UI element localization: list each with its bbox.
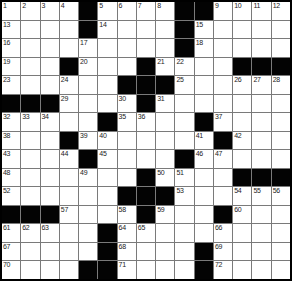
cell-r8c12 (214, 132, 232, 150)
cell-r11c8 (137, 187, 155, 205)
cell-r8c6[interactable]: 40 (98, 132, 116, 150)
cell-r1c10 (175, 2, 193, 20)
cell-r3c9[interactable] (156, 39, 174, 57)
clue-number: 63 (42, 224, 49, 232)
cell-r13c6 (98, 224, 116, 242)
cell-r15c6 (98, 261, 116, 279)
clue-number: 30 (119, 95, 126, 103)
cell-r1c7[interactable]: 6 (118, 2, 136, 20)
cell-r14c9[interactable] (156, 243, 174, 261)
cell-r5c12[interactable] (214, 76, 232, 94)
cell-r1c13[interactable]: 10 (233, 2, 251, 20)
cell-r6c14[interactable] (252, 95, 270, 113)
cell-r8c8[interactable] (137, 132, 155, 150)
cell-r2c15[interactable] (272, 21, 290, 39)
cell-r12c12 (214, 206, 232, 224)
clue-number: 69 (215, 243, 222, 251)
cell-r15c8[interactable] (137, 261, 155, 279)
clue-number: 9 (215, 2, 219, 10)
cell-r7c6 (98, 113, 116, 131)
cell-r4c4 (60, 58, 78, 76)
cell-r7c10[interactable] (175, 113, 193, 131)
clue-number: 67 (3, 243, 10, 251)
cell-r2c12[interactable] (214, 21, 232, 39)
cell-r6c6[interactable] (98, 95, 116, 113)
cell-r3c14[interactable] (252, 39, 270, 57)
cell-r4c2[interactable] (21, 58, 39, 76)
cell-r14c13[interactable] (233, 243, 251, 261)
cell-r8c3[interactable] (41, 132, 59, 150)
cell-r12c7[interactable]: 58 (118, 206, 136, 224)
cell-r4c3[interactable] (41, 58, 59, 76)
cell-r7c3[interactable]: 34 (41, 113, 59, 131)
cell-r10c8 (137, 169, 155, 187)
cell-r3c12[interactable] (214, 39, 232, 57)
cell-r15c3[interactable] (41, 261, 59, 279)
cell-r7c4[interactable] (60, 113, 78, 131)
clue-number: 41 (196, 132, 203, 140)
cell-r5c8 (137, 76, 155, 94)
cell-r9c14[interactable] (252, 150, 270, 168)
cell-r15c10[interactable] (175, 261, 193, 279)
cell-r4c11[interactable] (195, 58, 213, 76)
clue-number: 62 (22, 224, 29, 232)
clue-number: 6 (119, 2, 123, 10)
cell-r13c12[interactable]: 66 (214, 224, 232, 242)
cell-r9c9[interactable] (156, 150, 174, 168)
cell-r3c2[interactable] (21, 39, 39, 57)
cell-r6c11[interactable] (195, 95, 213, 113)
clue-number: 40 (99, 132, 106, 140)
cell-r12c14[interactable] (252, 206, 270, 224)
cell-r15c11 (195, 261, 213, 279)
cell-r14c15[interactable] (272, 243, 290, 261)
cell-r6c2 (21, 95, 39, 113)
cell-r14c4[interactable] (60, 243, 78, 261)
clue-number: 36 (138, 113, 145, 121)
cell-r7c1[interactable]: 32 (2, 113, 20, 131)
cell-r13c2[interactable]: 62 (21, 224, 39, 242)
cell-r13c15[interactable] (272, 224, 290, 242)
cell-r2c2[interactable] (21, 21, 39, 39)
cell-r11c6[interactable] (98, 187, 116, 205)
cell-r14c14[interactable] (252, 243, 270, 261)
cell-r3c4[interactable] (60, 39, 78, 57)
cell-r9c11[interactable]: 46 (195, 150, 213, 168)
cell-r7c5[interactable] (79, 113, 97, 131)
cell-r1c12[interactable]: 9 (214, 2, 232, 20)
cell-r11c5[interactable] (79, 187, 97, 205)
cell-r9c10 (175, 150, 193, 168)
cell-r11c12[interactable] (214, 187, 232, 205)
cell-r5c1[interactable]: 23 (2, 76, 20, 94)
cell-r4c5[interactable]: 20 (79, 58, 97, 76)
cell-r6c1 (2, 95, 20, 113)
cell-r6c7[interactable]: 30 (118, 95, 136, 113)
cell-r14c3[interactable] (41, 243, 59, 261)
cell-r6c10[interactable] (175, 95, 193, 113)
cell-r2c9[interactable] (156, 21, 174, 39)
cell-r7c15[interactable] (272, 113, 290, 131)
clue-number: 50 (157, 169, 164, 177)
clue-number: 28 (273, 76, 280, 84)
clue-number: 13 (3, 21, 10, 29)
cell-r12c9[interactable]: 59 (156, 206, 174, 224)
cell-r11c7 (118, 187, 136, 205)
cell-r7c8[interactable]: 36 (137, 113, 155, 131)
cell-r2c3[interactable] (41, 21, 59, 39)
cell-r6c8 (137, 95, 155, 113)
clue-number: 32 (3, 113, 10, 121)
cell-r15c5 (79, 261, 97, 279)
clue-number: 72 (215, 261, 222, 269)
cell-r9c5 (79, 150, 97, 168)
cell-r6c5[interactable] (79, 95, 97, 113)
cell-r13c5[interactable] (79, 224, 97, 242)
cell-r13c11[interactable] (195, 224, 213, 242)
cell-r4c13 (233, 58, 251, 76)
clue-number: 22 (176, 58, 183, 66)
clue-number: 64 (119, 224, 126, 232)
cell-r5c2[interactable] (21, 76, 39, 94)
clue-number: 42 (234, 132, 241, 140)
cell-r4c10[interactable]: 22 (175, 58, 193, 76)
cell-r10c6[interactable] (98, 169, 116, 187)
cell-r8c15[interactable] (272, 132, 290, 150)
cell-r4c6[interactable] (98, 58, 116, 76)
clue-number: 3 (42, 2, 46, 10)
clue-number: 29 (61, 95, 68, 103)
cell-r9c6[interactable]: 45 (98, 150, 116, 168)
clue-number: 71 (119, 261, 126, 269)
cell-r10c2[interactable] (21, 169, 39, 187)
clue-number: 26 (234, 76, 241, 84)
clue-number: 17 (80, 39, 87, 47)
crossword-board: 1234567891011121314151617181920212223242… (0, 0, 292, 281)
cell-r2c14[interactable] (252, 21, 270, 39)
cell-r11c14[interactable]: 55 (252, 187, 270, 205)
cell-r13c13[interactable] (233, 224, 251, 242)
cell-r1c15[interactable]: 12 (272, 2, 290, 20)
cell-r10c11[interactable] (195, 169, 213, 187)
cell-r3c1[interactable]: 16 (2, 39, 20, 57)
cell-r1c1[interactable]: 1 (2, 2, 20, 20)
cell-r4c12[interactable] (214, 58, 232, 76)
clue-number: 33 (22, 113, 29, 121)
cell-r5c15[interactable]: 28 (272, 76, 290, 94)
cell-r5c9 (156, 76, 174, 94)
cell-r12c1 (2, 206, 20, 224)
cell-r7c7[interactable]: 35 (118, 113, 136, 131)
cell-r15c9[interactable] (156, 261, 174, 279)
cell-r8c11[interactable]: 41 (195, 132, 213, 150)
cell-r2c4[interactable] (60, 21, 78, 39)
cell-r10c10[interactable]: 51 (175, 169, 193, 187)
clue-number: 24 (61, 76, 68, 84)
cell-r12c8 (137, 206, 155, 224)
clue-number: 4 (61, 2, 65, 10)
cell-r5c14[interactable]: 27 (252, 76, 270, 94)
clue-number: 2 (22, 2, 26, 10)
clue-number: 11 (253, 2, 260, 10)
clue-number: 39 (80, 132, 87, 140)
cell-r12c6[interactable] (98, 206, 116, 224)
cell-r12c5[interactable] (79, 206, 97, 224)
cell-r12c4[interactable]: 57 (60, 206, 78, 224)
clue-number: 14 (99, 21, 106, 29)
cell-r15c7[interactable]: 71 (118, 261, 136, 279)
clue-number: 61 (3, 224, 10, 232)
clue-number: 23 (3, 76, 10, 84)
cell-r11c15[interactable]: 56 (272, 187, 290, 205)
cell-r13c1[interactable]: 61 (2, 224, 20, 242)
clue-number: 70 (3, 261, 10, 269)
clue-number: 51 (176, 169, 183, 177)
cell-r15c14[interactable] (252, 261, 270, 279)
cell-r8c10[interactable] (175, 132, 193, 150)
cell-r9c12[interactable]: 47 (214, 150, 232, 168)
cell-r7c13[interactable] (233, 113, 251, 131)
cell-r5c4[interactable]: 24 (60, 76, 78, 94)
cell-r3c3[interactable] (41, 39, 59, 57)
cell-r13c4[interactable] (60, 224, 78, 242)
cell-r6c3 (41, 95, 59, 113)
cell-r12c2 (21, 206, 39, 224)
cell-r11c4[interactable] (60, 187, 78, 205)
cell-r7c9[interactable] (156, 113, 174, 131)
clue-number: 45 (99, 150, 106, 158)
cell-r7c2[interactable]: 33 (21, 113, 39, 131)
cell-r13c14[interactable] (252, 224, 270, 242)
cell-r1c6[interactable]: 5 (98, 2, 116, 20)
cell-r14c12[interactable]: 69 (214, 243, 232, 261)
cell-r7c11 (195, 113, 213, 131)
cell-r11c10[interactable]: 53 (175, 187, 193, 205)
clue-number: 47 (215, 150, 222, 158)
cell-r11c13[interactable]: 54 (233, 187, 251, 205)
cell-r8c5[interactable]: 39 (79, 132, 97, 150)
cell-r2c7[interactable] (118, 21, 136, 39)
clue-number: 25 (176, 76, 183, 84)
clue-number: 57 (61, 206, 68, 214)
cell-r14c8[interactable] (137, 243, 155, 261)
clue-number: 10 (234, 2, 241, 10)
cell-r7c12[interactable]: 37 (214, 113, 232, 131)
cell-r8c13[interactable]: 42 (233, 132, 251, 150)
cell-r12c13[interactable]: 60 (233, 206, 251, 224)
clue-number: 53 (176, 187, 183, 195)
cell-r8c4 (60, 132, 78, 150)
clue-number: 58 (119, 206, 126, 214)
clue-number: 12 (273, 2, 280, 10)
cell-r8c7[interactable] (118, 132, 136, 150)
clue-number: 46 (196, 150, 203, 158)
cell-r11c11[interactable] (195, 187, 213, 205)
cell-r3c13[interactable] (233, 39, 251, 57)
cell-r6c9[interactable]: 31 (156, 95, 174, 113)
clue-number: 60 (234, 206, 241, 214)
cell-r11c1[interactable]: 52 (2, 187, 20, 205)
clue-number: 19 (3, 58, 10, 66)
cell-r4c1[interactable]: 19 (2, 58, 20, 76)
cell-r5c13[interactable]: 26 (233, 76, 251, 94)
cell-r6c13[interactable] (233, 95, 251, 113)
clue-number: 16 (3, 39, 10, 47)
cell-r1c9[interactable]: 8 (156, 2, 174, 20)
cell-r3c6[interactable] (98, 39, 116, 57)
cell-r1c14[interactable]: 11 (252, 2, 270, 20)
cell-r11c2[interactable] (21, 187, 39, 205)
cell-r15c12[interactable]: 72 (214, 261, 232, 279)
cell-r1c11 (195, 2, 213, 20)
clue-number: 48 (3, 169, 10, 177)
cell-r2c13[interactable] (233, 21, 251, 39)
cell-r3c8[interactable] (137, 39, 155, 57)
clue-number: 27 (253, 76, 260, 84)
cell-r4c9[interactable]: 21 (156, 58, 174, 76)
cell-r1c3[interactable]: 3 (41, 2, 59, 20)
clue-number: 20 (80, 58, 87, 66)
cell-r12c10[interactable] (175, 206, 193, 224)
cell-r2c6[interactable]: 14 (98, 21, 116, 39)
clue-number: 35 (119, 113, 126, 121)
clue-number: 44 (61, 150, 68, 158)
cell-r15c2[interactable] (21, 261, 39, 279)
clue-number: 66 (215, 224, 222, 232)
cell-r10c1[interactable]: 48 (2, 169, 20, 187)
cell-r2c11[interactable]: 15 (195, 21, 213, 39)
cell-r9c13[interactable] (233, 150, 251, 168)
cell-r5c10[interactable]: 25 (175, 76, 193, 94)
clue-number: 1 (3, 2, 7, 10)
cell-r5c6[interactable] (98, 76, 116, 94)
cell-r4c14 (252, 58, 270, 76)
clue-number: 59 (157, 206, 164, 214)
cell-r9c1[interactable]: 43 (2, 150, 20, 168)
cell-r7c14[interactable] (252, 113, 270, 131)
cell-r10c9[interactable]: 50 (156, 169, 174, 187)
cell-r13c3[interactable]: 63 (41, 224, 59, 242)
cell-r6c4[interactable]: 29 (60, 95, 78, 113)
cell-r1c8[interactable]: 7 (137, 2, 155, 20)
cell-r5c11[interactable] (195, 76, 213, 94)
clue-number: 31 (157, 95, 164, 103)
cell-r11c9 (156, 187, 174, 205)
cell-r8c2[interactable] (21, 132, 39, 150)
cell-r9c8[interactable] (137, 150, 155, 168)
cell-r8c14[interactable] (252, 132, 270, 150)
cell-r4c7[interactable] (118, 58, 136, 76)
cell-r3c15[interactable] (272, 39, 290, 57)
cell-r1c4[interactable]: 4 (60, 2, 78, 20)
cell-r2c1[interactable]: 13 (2, 21, 20, 39)
cell-r4c8 (137, 58, 155, 76)
cell-r6c15[interactable] (272, 95, 290, 113)
clue-number: 43 (3, 150, 10, 158)
cell-r13c10[interactable] (175, 224, 193, 242)
cell-r10c12[interactable] (214, 169, 232, 187)
cell-r14c5[interactable] (79, 243, 97, 261)
clue-number: 7 (138, 2, 142, 10)
cell-r3c10 (175, 39, 193, 57)
clue-number: 52 (3, 187, 10, 195)
cell-r14c1[interactable]: 67 (2, 243, 20, 261)
cell-r13c9[interactable] (156, 224, 174, 242)
cell-r3c11[interactable]: 18 (195, 39, 213, 57)
clue-number: 15 (196, 21, 203, 29)
cell-r2c5 (79, 21, 97, 39)
clue-number: 65 (138, 224, 145, 232)
cell-r9c2[interactable] (21, 150, 39, 168)
cell-r2c8[interactable] (137, 21, 155, 39)
cell-r10c13 (233, 169, 251, 187)
cell-r10c14 (252, 169, 270, 187)
clue-number: 49 (80, 169, 87, 177)
cell-r9c4[interactable]: 44 (60, 150, 78, 168)
cell-r10c3[interactable] (41, 169, 59, 187)
cell-r5c7 (118, 76, 136, 94)
clue-number: 38 (3, 132, 10, 140)
cell-r10c15 (272, 169, 290, 187)
cell-r9c3[interactable] (41, 150, 59, 168)
clue-number: 55 (253, 187, 260, 195)
cell-r1c5 (79, 2, 97, 20)
clue-number: 5 (99, 2, 103, 10)
cell-r14c11 (195, 243, 213, 261)
cell-r1c2[interactable]: 2 (21, 2, 39, 20)
cell-r15c4[interactable] (60, 261, 78, 279)
cell-r9c15[interactable] (272, 150, 290, 168)
clue-number: 34 (42, 113, 49, 121)
clue-number: 18 (196, 39, 203, 47)
clue-number: 54 (234, 187, 241, 195)
cell-r3c5[interactable]: 17 (79, 39, 97, 57)
cell-r14c2[interactable] (21, 243, 39, 261)
cell-r12c15[interactable] (272, 206, 290, 224)
cell-r15c13[interactable] (233, 261, 251, 279)
cell-r13c7[interactable]: 64 (118, 224, 136, 242)
cell-r8c1[interactable]: 38 (2, 132, 20, 150)
cell-r10c7[interactable] (118, 169, 136, 187)
cell-r8c9[interactable] (156, 132, 174, 150)
cell-r4c15 (272, 58, 290, 76)
clue-number: 21 (157, 58, 164, 66)
cell-r3c7[interactable] (118, 39, 136, 57)
clue-number: 68 (119, 243, 126, 251)
cell-r15c1[interactable]: 70 (2, 261, 20, 279)
cell-r14c7[interactable]: 68 (118, 243, 136, 261)
cell-r10c5[interactable]: 49 (79, 169, 97, 187)
cell-r13c8[interactable]: 65 (137, 224, 155, 242)
cell-r10c4[interactable] (60, 169, 78, 187)
clue-number: 8 (157, 2, 161, 10)
cell-r14c6 (98, 243, 116, 261)
cell-r15c15[interactable] (272, 261, 290, 279)
cell-r2c10 (175, 21, 193, 39)
clue-number: 37 (215, 113, 222, 121)
clue-number: 56 (273, 187, 280, 195)
cell-r12c3 (41, 206, 59, 224)
cell-r5c5[interactable] (79, 76, 97, 94)
cell-r11c3[interactable] (41, 187, 59, 205)
cell-r9c7[interactable] (118, 150, 136, 168)
cell-r5c3[interactable] (41, 76, 59, 94)
cell-r6c12[interactable] (214, 95, 232, 113)
cell-r14c10[interactable] (175, 243, 193, 261)
cell-r12c11[interactable] (195, 206, 213, 224)
